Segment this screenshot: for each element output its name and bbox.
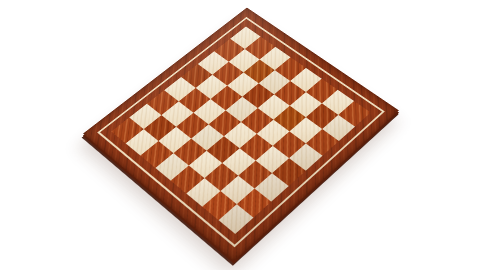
photo-background [0,0,480,270]
frame-pinstripe-inlay [97,17,385,247]
board-squares [111,26,370,233]
chess-board [83,8,399,261]
board-perspective-scene [0,0,480,270]
